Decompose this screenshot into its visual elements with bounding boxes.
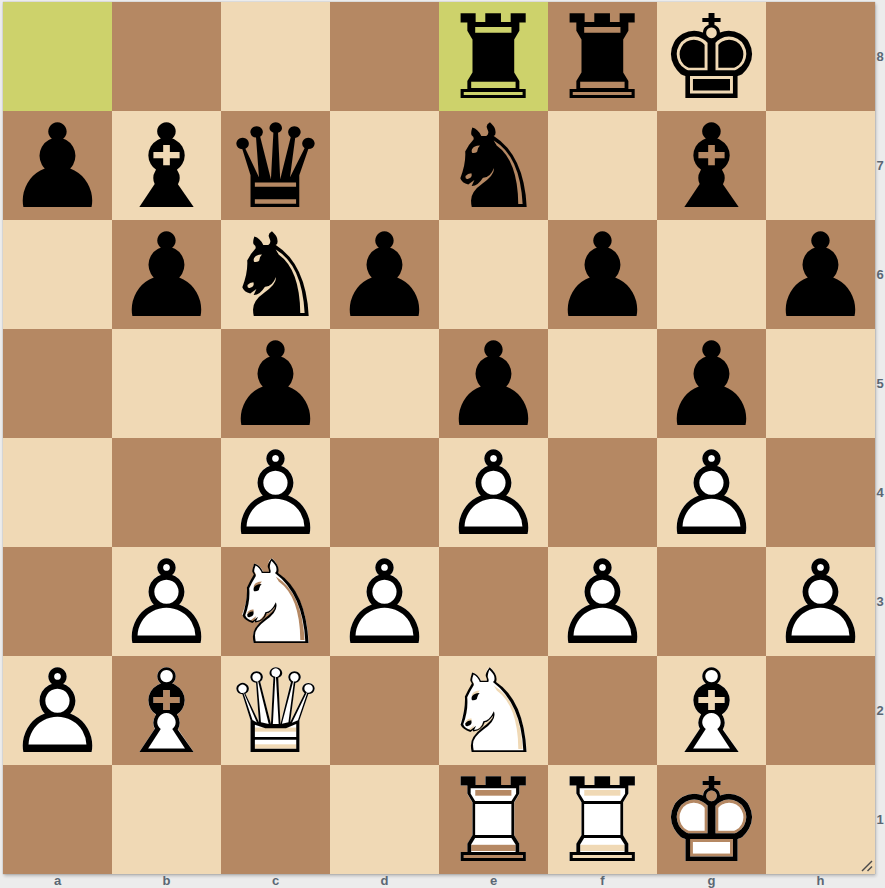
rank-label-1: 1 — [875, 765, 885, 874]
square-c8[interactable] — [221, 2, 330, 111]
file-label-a: a — [3, 873, 112, 888]
square-h1[interactable] — [766, 765, 875, 874]
white-pawn-fill: ♟ — [221, 438, 330, 547]
square-g1[interactable]: ♚♔ — [657, 765, 766, 874]
square-a8[interactable] — [3, 2, 112, 111]
square-c3[interactable]: ♞♘ — [221, 547, 330, 656]
rank-label-2: 2 — [875, 656, 885, 765]
square-e6[interactable] — [439, 220, 548, 329]
rank-label-7: 7 — [875, 111, 885, 220]
square-g6[interactable] — [657, 220, 766, 329]
square-c6[interactable]: ♞ — [221, 220, 330, 329]
file-label-d: d — [330, 873, 439, 888]
square-g4[interactable]: ♟♙ — [657, 438, 766, 547]
white-pawn[interactable]: ♙ — [439, 438, 548, 547]
square-c4[interactable]: ♟♙ — [221, 438, 330, 547]
square-c1[interactable] — [221, 765, 330, 874]
square-g7[interactable]: ♝ — [657, 111, 766, 220]
white-pawn[interactable]: ♙ — [548, 547, 657, 656]
file-label-f: f — [548, 873, 657, 888]
square-a2[interactable]: ♟♙ — [3, 656, 112, 765]
rank-label-8: 8 — [875, 2, 885, 111]
square-e4[interactable]: ♟♙ — [439, 438, 548, 547]
white-king[interactable]: ♔ — [657, 765, 766, 874]
square-h4[interactable] — [766, 438, 875, 547]
square-f2[interactable] — [548, 656, 657, 765]
square-a6[interactable] — [3, 220, 112, 329]
square-h5[interactable] — [766, 329, 875, 438]
square-g8[interactable]: ♚ — [657, 2, 766, 111]
white-pawn-fill: ♟ — [3, 656, 112, 765]
black-pawn[interactable]: ♟ — [439, 329, 548, 438]
square-f4[interactable] — [548, 438, 657, 547]
white-pawn-fill: ♟ — [439, 438, 548, 547]
square-b3[interactable]: ♟♙ — [112, 547, 221, 656]
black-pawn[interactable]: ♟ — [766, 220, 875, 329]
file-label-g: g — [657, 873, 766, 888]
white-pawn[interactable]: ♙ — [330, 547, 439, 656]
square-b7[interactable]: ♝ — [112, 111, 221, 220]
white-rook[interactable]: ♖ — [548, 765, 657, 874]
white-pawn-fill: ♟ — [766, 547, 875, 656]
square-d6[interactable]: ♟ — [330, 220, 439, 329]
white-bishop-fill: ♝ — [657, 656, 766, 765]
white-bishop-fill: ♝ — [112, 656, 221, 765]
black-knight[interactable]: ♞ — [221, 220, 330, 329]
black-pawn[interactable]: ♟ — [330, 220, 439, 329]
black-pawn[interactable]: ♟ — [548, 220, 657, 329]
file-coordinates: abcdefgh — [3, 873, 875, 888]
square-f5[interactable] — [548, 329, 657, 438]
square-a7[interactable]: ♟ — [3, 111, 112, 220]
square-e8[interactable]: ♜ — [439, 2, 548, 111]
white-rook[interactable]: ♖ — [439, 765, 548, 874]
file-label-h: h — [766, 873, 875, 888]
white-king-fill: ♚ — [657, 765, 766, 874]
square-b5[interactable] — [112, 329, 221, 438]
square-g2[interactable]: ♝♗ — [657, 656, 766, 765]
white-pawn[interactable]: ♙ — [221, 438, 330, 547]
rank-coordinates: 87654321 — [875, 2, 885, 874]
board-resize-handle[interactable] — [859, 858, 874, 873]
black-bishop[interactable]: ♝ — [657, 111, 766, 220]
white-pawn-fill: ♟ — [330, 547, 439, 656]
chess-board: ♜♜♚♟♝♛♞♝♟♞♟♟♟♟♟♟♟♙♟♙♟♙♟♙♞♘♟♙♟♙♟♙♟♙♝♗♛♕♞♘… — [3, 2, 875, 874]
square-f8[interactable]: ♜ — [548, 2, 657, 111]
black-pawn[interactable]: ♟ — [112, 220, 221, 329]
white-knight[interactable]: ♘ — [439, 656, 548, 765]
square-f1[interactable]: ♜♖ — [548, 765, 657, 874]
black-pawn[interactable]: ♟ — [3, 111, 112, 220]
rank-label-4: 4 — [875, 438, 885, 547]
white-pawn-fill: ♟ — [548, 547, 657, 656]
file-label-c: c — [221, 873, 330, 888]
square-a1[interactable] — [3, 765, 112, 874]
black-queen[interactable]: ♛ — [221, 111, 330, 220]
white-bishop[interactable]: ♗ — [112, 656, 221, 765]
white-rook-fill: ♜ — [548, 765, 657, 874]
square-e1[interactable]: ♜♖ — [439, 765, 548, 874]
black-pawn[interactable]: ♟ — [221, 329, 330, 438]
square-h6[interactable]: ♟ — [766, 220, 875, 329]
white-pawn[interactable]: ♙ — [112, 547, 221, 656]
square-c7[interactable]: ♛ — [221, 111, 330, 220]
square-e7[interactable]: ♞ — [439, 111, 548, 220]
square-c2[interactable]: ♛♕ — [221, 656, 330, 765]
white-pawn[interactable]: ♙ — [657, 438, 766, 547]
white-pawn-fill: ♟ — [657, 438, 766, 547]
square-h2[interactable] — [766, 656, 875, 765]
white-pawn[interactable]: ♙ — [766, 547, 875, 656]
square-b1[interactable] — [112, 765, 221, 874]
white-knight-fill: ♞ — [221, 547, 330, 656]
square-h3[interactable]: ♟♙ — [766, 547, 875, 656]
square-d7[interactable] — [330, 111, 439, 220]
square-d4[interactable] — [330, 438, 439, 547]
square-d1[interactable] — [330, 765, 439, 874]
square-e5[interactable]: ♟ — [439, 329, 548, 438]
square-d2[interactable] — [330, 656, 439, 765]
square-a5[interactable] — [3, 329, 112, 438]
file-label-e: e — [439, 873, 548, 888]
square-e3[interactable] — [439, 547, 548, 656]
square-a3[interactable] — [3, 547, 112, 656]
white-queen-fill: ♛ — [221, 656, 330, 765]
white-knight-fill: ♞ — [439, 656, 548, 765]
square-b6[interactable]: ♟ — [112, 220, 221, 329]
square-b4[interactable] — [112, 438, 221, 547]
square-d3[interactable]: ♟♙ — [330, 547, 439, 656]
white-queen[interactable]: ♕ — [221, 656, 330, 765]
square-h8[interactable] — [766, 2, 875, 111]
square-h7[interactable] — [766, 111, 875, 220]
black-rook[interactable]: ♜ — [439, 2, 548, 111]
rank-label-6: 6 — [875, 220, 885, 329]
square-c5[interactable]: ♟ — [221, 329, 330, 438]
white-rook-fill: ♜ — [439, 765, 548, 874]
square-g3[interactable] — [657, 547, 766, 656]
square-e2[interactable]: ♞♘ — [439, 656, 548, 765]
black-bishop[interactable]: ♝ — [112, 111, 221, 220]
chess-board-panel: ♜♜♚♟♝♛♞♝♟♞♟♟♟♟♟♟♟♙♟♙♟♙♟♙♞♘♟♙♟♙♟♙♟♙♝♗♛♕♞♘… — [0, 0, 885, 888]
white-bishop[interactable]: ♗ — [657, 656, 766, 765]
black-pawn[interactable]: ♟ — [657, 329, 766, 438]
file-label-b: b — [112, 873, 221, 888]
square-b8[interactable] — [112, 2, 221, 111]
square-a4[interactable] — [3, 438, 112, 547]
square-b2[interactable]: ♝♗ — [112, 656, 221, 765]
square-g5[interactable]: ♟ — [657, 329, 766, 438]
white-pawn[interactable]: ♙ — [3, 656, 112, 765]
square-d5[interactable] — [330, 329, 439, 438]
rank-label-3: 3 — [875, 547, 885, 656]
rank-label-5: 5 — [875, 329, 885, 438]
square-f7[interactable] — [548, 111, 657, 220]
white-knight[interactable]: ♘ — [221, 547, 330, 656]
square-f3[interactable]: ♟♙ — [548, 547, 657, 656]
square-f6[interactable]: ♟ — [548, 220, 657, 329]
black-knight[interactable]: ♞ — [439, 111, 548, 220]
black-rook[interactable]: ♜ — [548, 2, 657, 111]
black-king[interactable]: ♚ — [657, 2, 766, 111]
square-d8[interactable] — [330, 2, 439, 111]
white-pawn-fill: ♟ — [112, 547, 221, 656]
